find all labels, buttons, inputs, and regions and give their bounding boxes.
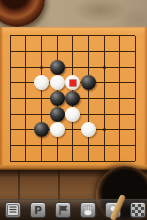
letter-p-icon: P [32,204,44,216]
background-top-cloth [0,0,147,27]
svg-text:P: P [34,204,42,216]
white-stone [81,122,96,137]
grid-line-vertical [119,36,120,161]
white-stone [65,107,80,122]
moves-list-button[interactable] [5,202,21,218]
go-board[interactable] [0,27,147,170]
hand-icon [82,204,94,216]
last-move-marker [70,80,76,86]
star-point [40,66,43,69]
grid-line-horizontal [10,129,135,130]
bottom-toolbar: P [0,199,147,220]
white-stone [34,75,49,90]
hand-tool-button[interactable] [80,202,96,218]
flag-icon [57,204,69,216]
territory-button[interactable] [130,202,146,218]
flag-button[interactable] [55,202,71,218]
grid-line-horizontal [10,145,135,146]
wooden-bowl-top-left [0,0,45,27]
pass-button[interactable]: P [30,202,46,218]
grid-line-horizontal [10,161,135,162]
white-stone [50,75,65,90]
black-stone [50,60,65,75]
grid-line-vertical [135,36,136,161]
star-point [103,66,106,69]
black-stone [81,75,96,90]
black-stone [65,91,80,106]
grid-line-vertical [88,36,89,161]
go-app-screen: P [0,0,147,220]
white-stone [50,122,65,137]
list-icon [7,204,19,216]
grid-line-vertical [104,36,105,161]
star-point [103,128,106,131]
black-stone [50,107,65,122]
grid-pattern-icon [132,204,144,216]
black-stone [34,122,49,137]
black-stone [50,91,65,106]
